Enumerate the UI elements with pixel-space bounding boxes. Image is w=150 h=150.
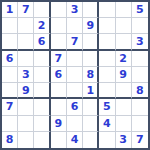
cell-r4c9[interactable] <box>132 51 148 67</box>
cell-r6c7[interactable] <box>99 83 115 99</box>
cell-r3c5[interactable]: 7 <box>67 34 83 50</box>
cell-r7c5[interactable]: 6 <box>67 99 83 115</box>
cell-r7c6[interactable] <box>83 99 99 115</box>
cell-r9c4[interactable] <box>51 132 67 148</box>
cell-r5c2[interactable]: 3 <box>18 67 34 83</box>
cell-r6c1[interactable] <box>2 83 18 99</box>
cell-r3c3[interactable]: 6 <box>34 34 50 50</box>
cell-r4c1[interactable]: 6 <box>2 51 18 67</box>
cell-r8c8[interactable] <box>116 116 132 132</box>
cell-r1c4[interactable] <box>51 2 67 18</box>
cell-r1c3[interactable] <box>34 2 50 18</box>
cell-r2c3[interactable]: 2 <box>34 18 50 34</box>
cell-r4c4[interactable]: 7 <box>51 51 67 67</box>
cell-r1c5[interactable]: 3 <box>67 2 83 18</box>
cell-r2c2[interactable] <box>18 18 34 34</box>
cell-r8c2[interactable] <box>18 116 34 132</box>
cell-r8c4[interactable]: 9 <box>51 116 67 132</box>
cell-r9c7[interactable] <box>99 132 115 148</box>
cell-r5c7[interactable] <box>99 67 115 83</box>
cell-r8c6[interactable] <box>83 116 99 132</box>
cell-r7c8[interactable] <box>116 99 132 115</box>
cell-r3c4[interactable] <box>51 34 67 50</box>
cell-r3c8[interactable] <box>116 34 132 50</box>
cell-r5c5[interactable] <box>67 67 83 83</box>
cell-r7c9[interactable] <box>132 99 148 115</box>
cell-r1c1[interactable]: 1 <box>2 2 18 18</box>
cell-r3c2[interactable] <box>18 34 34 50</box>
cell-r3c7[interactable] <box>99 34 115 50</box>
cell-r8c9[interactable] <box>132 116 148 132</box>
cell-r6c9[interactable]: 8 <box>132 83 148 99</box>
cell-r9c8[interactable]: 3 <box>116 132 132 148</box>
cell-r4c3[interactable] <box>34 51 50 67</box>
cell-r9c3[interactable] <box>34 132 50 148</box>
cell-r4c6[interactable] <box>83 51 99 67</box>
cell-r8c5[interactable] <box>67 116 83 132</box>
cell-r2c6[interactable]: 9 <box>83 18 99 34</box>
cell-r4c2[interactable] <box>18 51 34 67</box>
cell-r6c8[interactable] <box>116 83 132 99</box>
cell-r8c3[interactable] <box>34 116 50 132</box>
cell-r8c1[interactable] <box>2 116 18 132</box>
cell-r7c3[interactable] <box>34 99 50 115</box>
cell-r9c9[interactable]: 7 <box>132 132 148 148</box>
cell-r9c1[interactable]: 8 <box>2 132 18 148</box>
cell-r9c5[interactable]: 4 <box>67 132 83 148</box>
cell-r6c3[interactable] <box>34 83 50 99</box>
cell-r7c1[interactable]: 7 <box>2 99 18 115</box>
sudoku-board: 1735296736723689918765948437 <box>0 0 150 150</box>
cell-r8c7[interactable]: 4 <box>99 116 115 132</box>
cell-r5c3[interactable] <box>34 67 50 83</box>
cell-r5c8[interactable]: 9 <box>116 67 132 83</box>
cell-r2c1[interactable] <box>2 18 18 34</box>
cell-r6c4[interactable] <box>51 83 67 99</box>
cell-r6c5[interactable] <box>67 83 83 99</box>
cell-r4c8[interactable]: 2 <box>116 51 132 67</box>
cell-r5c4[interactable]: 6 <box>51 67 67 83</box>
cell-r7c4[interactable] <box>51 99 67 115</box>
cell-r3c6[interactable] <box>83 34 99 50</box>
cell-r4c7[interactable] <box>99 51 115 67</box>
cell-r1c7[interactable] <box>99 2 115 18</box>
cell-r1c9[interactable]: 5 <box>132 2 148 18</box>
cell-r7c2[interactable] <box>18 99 34 115</box>
cell-r5c1[interactable] <box>2 67 18 83</box>
cell-r2c7[interactable] <box>99 18 115 34</box>
cell-r2c4[interactable] <box>51 18 67 34</box>
cell-r3c1[interactable] <box>2 34 18 50</box>
cell-r6c2[interactable]: 9 <box>18 83 34 99</box>
cell-r1c2[interactable]: 7 <box>18 2 34 18</box>
cell-r3c9[interactable]: 3 <box>132 34 148 50</box>
cell-r1c6[interactable] <box>83 2 99 18</box>
cell-r1c8[interactable] <box>116 2 132 18</box>
cell-r5c6[interactable]: 8 <box>83 67 99 83</box>
cell-r2c5[interactable] <box>67 18 83 34</box>
cell-r2c9[interactable] <box>132 18 148 34</box>
cell-r2c8[interactable] <box>116 18 132 34</box>
cell-r6c6[interactable]: 1 <box>83 83 99 99</box>
cell-r9c2[interactable] <box>18 132 34 148</box>
cell-r9c6[interactable] <box>83 132 99 148</box>
cell-r5c9[interactable] <box>132 67 148 83</box>
cell-r4c5[interactable] <box>67 51 83 67</box>
cell-r7c7[interactable]: 5 <box>99 99 115 115</box>
